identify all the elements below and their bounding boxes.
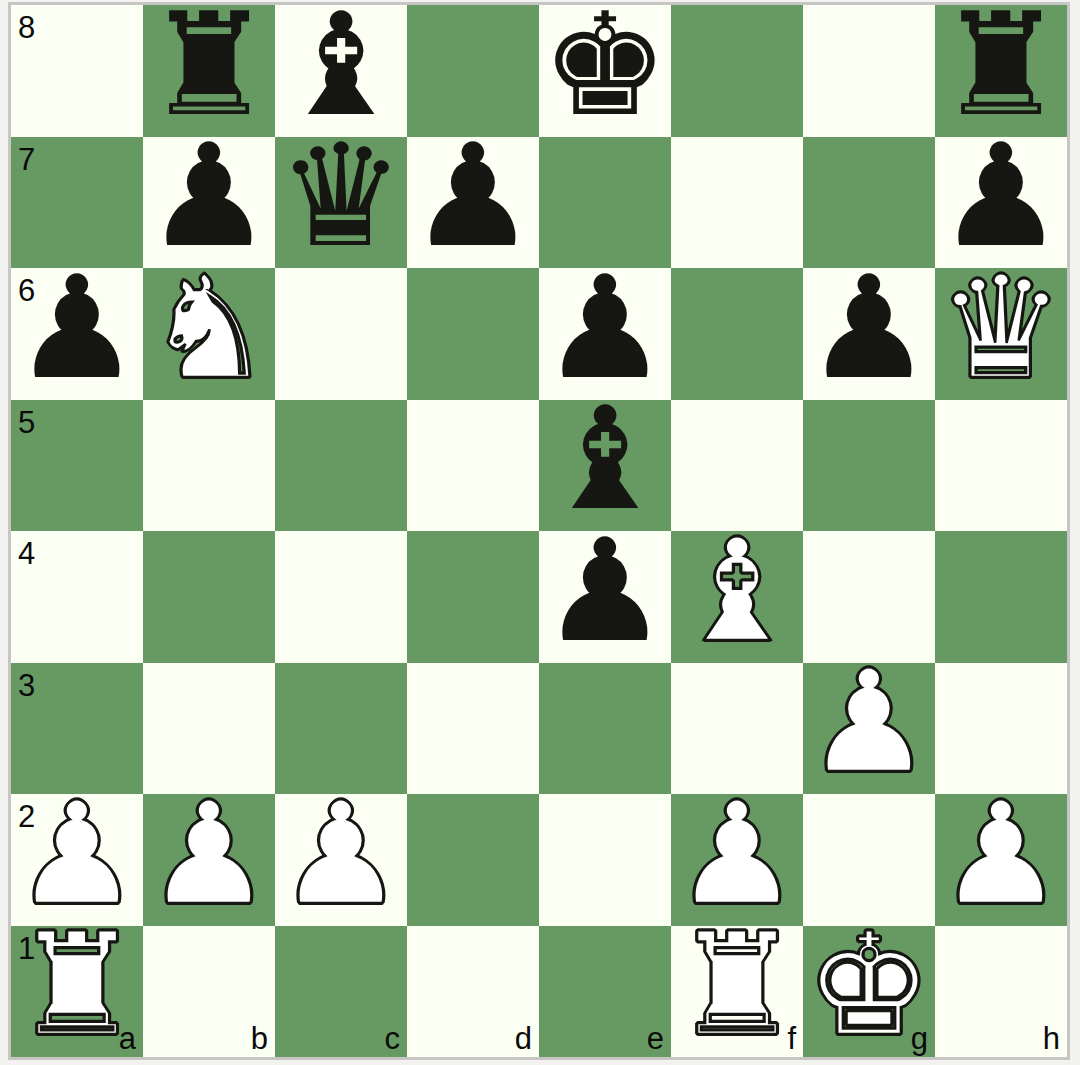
file-label-e: e — [647, 1023, 664, 1054]
rank-label-6: 6 — [18, 275, 35, 306]
square-e8[interactable]: ♚ — [539, 5, 671, 137]
square-h8[interactable]: ♜ — [935, 5, 1067, 137]
square-d8[interactable] — [407, 5, 539, 137]
square-g3[interactable]: ♟ — [803, 663, 935, 795]
square-h4[interactable] — [935, 531, 1067, 663]
rank-label-5: 5 — [18, 407, 35, 438]
white-knight[interactable]: ♞ — [145, 268, 272, 399]
square-d1[interactable]: d — [407, 926, 539, 1058]
rank-label-7: 7 — [18, 144, 35, 175]
square-f8[interactable] — [671, 5, 803, 137]
black-rook[interactable]: ♜ — [145, 5, 272, 136]
square-c3[interactable] — [275, 663, 407, 795]
square-b5[interactable] — [143, 400, 275, 532]
black-bishop[interactable]: ♝ — [277, 5, 404, 136]
square-f5[interactable] — [671, 400, 803, 532]
white-bishop[interactable]: ♝ — [673, 531, 800, 662]
square-f3[interactable] — [671, 663, 803, 795]
square-b7[interactable]: ♟ — [143, 137, 275, 269]
square-h5[interactable] — [935, 400, 1067, 532]
square-f2[interactable]: ♟ — [671, 794, 803, 926]
square-a2[interactable]: 2♟ — [11, 794, 143, 926]
square-d3[interactable] — [407, 663, 539, 795]
rank-label-4: 4 — [18, 538, 35, 569]
square-a3[interactable]: 3 — [11, 663, 143, 795]
square-h6[interactable]: ♛ — [935, 268, 1067, 400]
square-d7[interactable]: ♟ — [407, 137, 539, 269]
square-a7[interactable]: 7 — [11, 137, 143, 269]
white-pawn[interactable]: ♟ — [937, 794, 1064, 925]
square-f1[interactable]: f♜ — [671, 926, 803, 1058]
square-b4[interactable] — [143, 531, 275, 663]
square-g2[interactable] — [803, 794, 935, 926]
rank-label-2: 2 — [18, 801, 35, 832]
file-label-c: c — [385, 1023, 401, 1054]
square-g1[interactable]: g♚ — [803, 926, 935, 1058]
black-pawn[interactable]: ♟ — [541, 531, 668, 662]
square-a1[interactable]: 1a♜ — [11, 926, 143, 1058]
chess-board: 8♜♝♚♜7♟♛♟♟6♟♞♟♟♛5♝4♟♝3♟2♟♟♟♟♟1a♜bcdef♜g♚… — [11, 5, 1067, 1057]
black-king[interactable]: ♚ — [541, 5, 668, 136]
square-a5[interactable]: 5 — [11, 400, 143, 532]
white-pawn[interactable]: ♟ — [145, 794, 272, 925]
square-c8[interactable]: ♝ — [275, 5, 407, 137]
square-a8[interactable]: 8 — [11, 5, 143, 137]
square-b1[interactable]: b — [143, 926, 275, 1058]
square-e7[interactable] — [539, 137, 671, 269]
square-e1[interactable]: e — [539, 926, 671, 1058]
black-pawn[interactable]: ♟ — [937, 137, 1064, 268]
file-label-d: d — [515, 1023, 532, 1054]
rank-label-1: 1 — [18, 933, 35, 964]
square-e3[interactable] — [539, 663, 671, 795]
square-h3[interactable] — [935, 663, 1067, 795]
square-b2[interactable]: ♟ — [143, 794, 275, 926]
square-a6[interactable]: 6♟ — [11, 268, 143, 400]
square-e2[interactable] — [539, 794, 671, 926]
square-g7[interactable] — [803, 137, 935, 269]
square-d6[interactable] — [407, 268, 539, 400]
square-c7[interactable]: ♛ — [275, 137, 407, 269]
white-pawn[interactable]: ♟ — [277, 794, 404, 925]
square-b6[interactable]: ♞ — [143, 268, 275, 400]
black-rook[interactable]: ♜ — [937, 5, 1064, 136]
square-f6[interactable] — [671, 268, 803, 400]
square-d4[interactable] — [407, 531, 539, 663]
square-c1[interactable]: c — [275, 926, 407, 1058]
file-label-a: a — [119, 1023, 136, 1054]
white-queen[interactable]: ♛ — [937, 268, 1064, 399]
square-h1[interactable]: h — [935, 926, 1067, 1058]
square-g8[interactable] — [803, 5, 935, 137]
square-d2[interactable] — [407, 794, 539, 926]
square-c2[interactable]: ♟ — [275, 794, 407, 926]
square-g6[interactable]: ♟ — [803, 268, 935, 400]
black-pawn[interactable]: ♟ — [541, 268, 668, 399]
square-g4[interactable] — [803, 531, 935, 663]
black-bishop[interactable]: ♝ — [541, 400, 668, 531]
file-label-f: f — [787, 1023, 796, 1054]
file-label-h: h — [1043, 1023, 1060, 1054]
square-h2[interactable]: ♟ — [935, 794, 1067, 926]
black-pawn[interactable]: ♟ — [145, 137, 272, 268]
white-pawn[interactable]: ♟ — [805, 663, 932, 794]
black-pawn[interactable]: ♟ — [805, 268, 932, 399]
square-b3[interactable] — [143, 663, 275, 795]
square-b8[interactable]: ♜ — [143, 5, 275, 137]
black-queen[interactable]: ♛ — [277, 137, 404, 268]
square-c4[interactable] — [275, 531, 407, 663]
rank-label-3: 3 — [18, 670, 35, 701]
black-pawn[interactable]: ♟ — [409, 137, 536, 268]
file-label-b: b — [251, 1023, 268, 1054]
square-e4[interactable]: ♟ — [539, 531, 671, 663]
file-label-g: g — [911, 1023, 928, 1054]
square-f7[interactable] — [671, 137, 803, 269]
square-e5[interactable]: ♝ — [539, 400, 671, 532]
square-f4[interactable]: ♝ — [671, 531, 803, 663]
white-rook[interactable]: ♜ — [673, 926, 800, 1057]
square-e6[interactable]: ♟ — [539, 268, 671, 400]
square-a4[interactable]: 4 — [11, 531, 143, 663]
square-c6[interactable] — [275, 268, 407, 400]
square-h7[interactable]: ♟ — [935, 137, 1067, 269]
square-d5[interactable] — [407, 400, 539, 532]
white-pawn[interactable]: ♟ — [673, 794, 800, 925]
chess-board-frame: 8♜♝♚♜7♟♛♟♟6♟♞♟♟♛5♝4♟♝3♟2♟♟♟♟♟1a♜bcdef♜g♚… — [8, 2, 1070, 1060]
square-g5[interactable] — [803, 400, 935, 532]
rank-label-8: 8 — [18, 12, 35, 43]
square-c5[interactable] — [275, 400, 407, 532]
